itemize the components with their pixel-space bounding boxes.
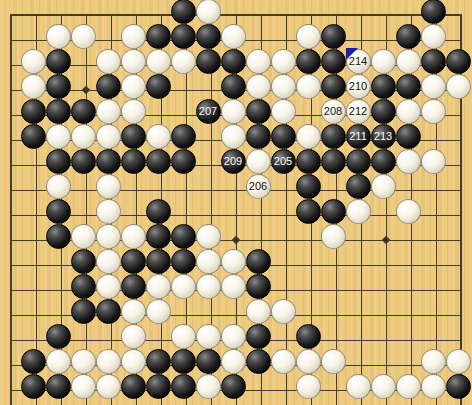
black-stone[interactable] — [171, 249, 196, 274]
white-stone[interactable] — [146, 299, 171, 324]
move-number-label: 206 — [249, 181, 267, 192]
black-stone[interactable] — [146, 74, 171, 99]
black-stone[interactable] — [321, 24, 346, 49]
white-stone[interactable] — [196, 0, 221, 24]
black-stone[interactable] — [46, 74, 71, 99]
black-stone[interactable] — [346, 174, 371, 199]
black-stone[interactable] — [146, 224, 171, 249]
black-stone[interactable] — [121, 374, 146, 399]
black-stone[interactable] — [96, 74, 121, 99]
white-stone[interactable]: 210 — [346, 74, 371, 99]
black-stone[interactable] — [171, 374, 196, 399]
black-stone[interactable] — [21, 349, 46, 374]
black-stone[interactable] — [71, 149, 96, 174]
white-stone[interactable] — [446, 74, 471, 99]
black-stone[interactable] — [321, 49, 346, 74]
white-stone[interactable] — [96, 374, 121, 399]
black-stone[interactable]: 205 — [271, 149, 296, 174]
black-stone[interactable] — [71, 274, 96, 299]
move-number-label: 211 — [349, 131, 367, 142]
black-stone[interactable] — [246, 124, 271, 149]
white-stone[interactable] — [321, 224, 346, 249]
black-stone[interactable] — [21, 374, 46, 399]
white-stone[interactable] — [396, 374, 421, 399]
black-stone[interactable] — [171, 349, 196, 374]
black-stone[interactable] — [121, 274, 146, 299]
black-stone[interactable] — [346, 149, 371, 174]
white-stone[interactable] — [296, 374, 321, 399]
move-number-label: 208 — [324, 106, 342, 117]
black-stone[interactable] — [246, 324, 271, 349]
black-stone[interactable] — [371, 99, 396, 124]
white-stone[interactable] — [96, 274, 121, 299]
white-stone[interactable] — [196, 249, 221, 274]
white-stone[interactable] — [421, 99, 446, 124]
black-stone[interactable] — [421, 0, 446, 24]
black-stone[interactable] — [46, 374, 71, 399]
black-stone[interactable] — [396, 24, 421, 49]
white-stone[interactable] — [96, 224, 121, 249]
black-stone[interactable] — [371, 149, 396, 174]
black-stone[interactable] — [196, 349, 221, 374]
white-stone[interactable] — [371, 174, 396, 199]
white-stone[interactable] — [246, 49, 271, 74]
black-stone[interactable] — [71, 299, 96, 324]
black-stone[interactable] — [121, 149, 146, 174]
black-stone[interactable] — [46, 99, 71, 124]
black-stone[interactable] — [146, 24, 171, 49]
white-stone[interactable] — [71, 24, 96, 49]
black-stone[interactable] — [446, 49, 471, 74]
white-stone[interactable] — [21, 49, 46, 74]
white-stone[interactable] — [421, 149, 446, 174]
white-stone[interactable] — [196, 374, 221, 399]
black-stone[interactable] — [296, 49, 321, 74]
white-stone[interactable] — [96, 49, 121, 74]
black-stone[interactable] — [446, 374, 471, 399]
white-stone[interactable] — [396, 49, 421, 74]
white-stone[interactable] — [371, 374, 396, 399]
white-stone[interactable] — [221, 99, 246, 124]
white-stone[interactable] — [121, 324, 146, 349]
black-stone[interactable] — [296, 149, 321, 174]
black-stone[interactable] — [196, 49, 221, 74]
white-stone[interactable] — [171, 324, 196, 349]
black-stone[interactable] — [71, 249, 96, 274]
white-stone[interactable] — [121, 24, 146, 49]
black-stone[interactable] — [146, 374, 171, 399]
black-stone[interactable] — [96, 149, 121, 174]
white-stone[interactable] — [146, 124, 171, 149]
black-stone[interactable] — [46, 324, 71, 349]
black-stone[interactable] — [221, 374, 246, 399]
white-stone[interactable] — [346, 199, 371, 224]
black-stone[interactable] — [296, 174, 321, 199]
white-stone[interactable] — [121, 49, 146, 74]
black-stone[interactable] — [171, 149, 196, 174]
move-number-label: 207 — [199, 106, 217, 117]
white-stone[interactable] — [96, 174, 121, 199]
black-stone[interactable] — [246, 349, 271, 374]
white-stone[interactable] — [421, 74, 446, 99]
white-stone[interactable] — [296, 24, 321, 49]
black-stone[interactable] — [46, 224, 71, 249]
black-stone[interactable] — [171, 0, 196, 24]
go-board[interactable]: 214210207208212211213209205206 — [0, 0, 472, 405]
white-stone[interactable] — [421, 374, 446, 399]
black-stone[interactable] — [21, 124, 46, 149]
white-stone[interactable] — [221, 249, 246, 274]
white-stone[interactable] — [221, 324, 246, 349]
black-stone[interactable] — [171, 24, 196, 49]
black-stone[interactable] — [421, 49, 446, 74]
white-stone[interactable] — [196, 274, 221, 299]
white-stone[interactable] — [21, 74, 46, 99]
black-stone[interactable] — [296, 324, 321, 349]
white-stone[interactable] — [346, 374, 371, 399]
black-stone[interactable]: 207 — [196, 99, 221, 124]
grid-line-horizontal — [10, 14, 462, 16]
white-stone[interactable] — [446, 349, 471, 374]
black-stone[interactable] — [121, 249, 146, 274]
black-stone[interactable] — [396, 124, 421, 149]
black-stone[interactable] — [46, 199, 71, 224]
white-stone[interactable] — [121, 99, 146, 124]
white-stone[interactable] — [296, 349, 321, 374]
black-stone[interactable] — [46, 149, 71, 174]
white-stone[interactable] — [196, 224, 221, 249]
black-stone[interactable] — [196, 24, 221, 49]
black-stone[interactable] — [321, 124, 346, 149]
grid-line-vertical — [86, 14, 87, 405]
black-stone[interactable] — [221, 74, 246, 99]
white-stone[interactable] — [371, 49, 396, 74]
white-stone[interactable] — [96, 99, 121, 124]
white-stone[interactable] — [421, 349, 446, 374]
white-stone[interactable] — [46, 349, 71, 374]
white-stone[interactable] — [221, 349, 246, 374]
white-stone[interactable] — [71, 224, 96, 249]
black-stone[interactable]: 211 — [346, 124, 371, 149]
black-stone[interactable] — [246, 249, 271, 274]
black-stone[interactable] — [321, 199, 346, 224]
white-stone[interactable] — [271, 299, 296, 324]
white-stone[interactable] — [221, 274, 246, 299]
white-stone[interactable] — [171, 49, 196, 74]
white-stone[interactable] — [121, 299, 146, 324]
black-stone[interactable] — [121, 124, 146, 149]
black-stone[interactable] — [46, 49, 71, 74]
white-stone[interactable] — [146, 49, 171, 74]
black-stone[interactable] — [246, 99, 271, 124]
white-stone[interactable] — [321, 349, 346, 374]
black-stone[interactable] — [321, 149, 346, 174]
black-stone[interactable] — [146, 349, 171, 374]
grid-line-vertical — [10, 14, 12, 405]
black-stone[interactable] — [221, 49, 246, 74]
black-stone[interactable] — [296, 199, 321, 224]
move-number-label: 205 — [274, 156, 292, 167]
black-stone[interactable] — [71, 99, 96, 124]
white-stone[interactable] — [71, 349, 96, 374]
white-stone[interactable] — [96, 124, 121, 149]
black-stone[interactable] — [271, 124, 296, 149]
black-stone[interactable] — [171, 124, 196, 149]
white-stone[interactable] — [271, 349, 296, 374]
black-stone[interactable] — [146, 149, 171, 174]
white-stone[interactable] — [71, 124, 96, 149]
black-stone[interactable] — [171, 224, 196, 249]
white-stone[interactable]: 214 — [346, 49, 371, 74]
last-move-triangle-marker-icon — [346, 48, 358, 60]
white-stone[interactable] — [221, 124, 246, 149]
black-stone[interactable] — [96, 299, 121, 324]
black-stone[interactable]: 213 — [371, 124, 396, 149]
white-stone[interactable] — [146, 274, 171, 299]
white-stone[interactable] — [121, 74, 146, 99]
white-stone[interactable] — [271, 74, 296, 99]
white-stone[interactable] — [271, 99, 296, 124]
white-stone[interactable] — [396, 99, 421, 124]
white-stone[interactable] — [121, 224, 146, 249]
white-stone[interactable] — [246, 299, 271, 324]
white-stone[interactable] — [46, 174, 71, 199]
white-stone[interactable] — [171, 274, 196, 299]
white-stone[interactable] — [121, 349, 146, 374]
black-stone[interactable] — [371, 74, 396, 99]
white-stone[interactable]: 206 — [246, 174, 271, 199]
black-stone[interactable] — [146, 199, 171, 224]
white-stone[interactable] — [396, 199, 421, 224]
white-stone[interactable] — [296, 74, 321, 99]
white-stone[interactable] — [246, 74, 271, 99]
move-number-label: 209 — [224, 156, 242, 167]
white-stone[interactable] — [196, 324, 221, 349]
move-number-label: 212 — [349, 106, 367, 117]
black-stone[interactable]: 209 — [221, 149, 246, 174]
white-stone[interactable] — [271, 49, 296, 74]
black-stone[interactable] — [21, 99, 46, 124]
white-stone[interactable]: 212 — [346, 99, 371, 124]
white-stone[interactable] — [96, 199, 121, 224]
white-stone[interactable] — [421, 24, 446, 49]
white-stone[interactable] — [96, 249, 121, 274]
white-stone[interactable] — [221, 24, 246, 49]
white-stone[interactable] — [296, 124, 321, 149]
white-stone[interactable] — [246, 149, 271, 174]
white-stone[interactable] — [71, 374, 96, 399]
move-number-label: 210 — [349, 81, 367, 92]
white-stone[interactable] — [46, 24, 71, 49]
white-stone[interactable] — [396, 149, 421, 174]
white-stone[interactable] — [96, 349, 121, 374]
black-stone[interactable] — [146, 249, 171, 274]
white-stone[interactable] — [46, 124, 71, 149]
black-stone[interactable] — [246, 274, 271, 299]
move-number-label: 213 — [374, 131, 392, 142]
white-stone[interactable]: 208 — [321, 99, 346, 124]
black-stone[interactable] — [321, 74, 346, 99]
black-stone[interactable] — [396, 74, 421, 99]
grid-line-horizontal — [10, 215, 462, 216]
